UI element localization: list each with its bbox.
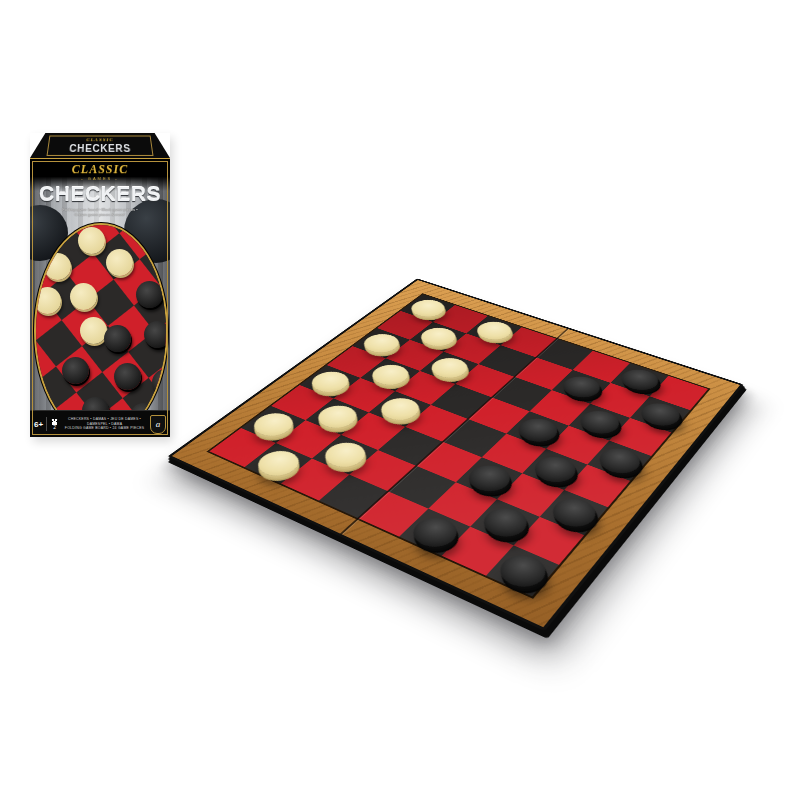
checkers-board (167, 278, 744, 631)
mini-checker-black (144, 321, 168, 348)
box-title: CHECKERS (30, 183, 170, 205)
mini-checker-cream (106, 249, 133, 276)
box-footer: 6+ 2 CHECKERS • DAMAS • JEU DE DAMES • D… (30, 410, 170, 437)
footer-info-line2: FOLDING GAME BOARD • 24 GAME PIECES (62, 426, 147, 431)
mini-checker-cream (34, 287, 61, 314)
footer-divider (46, 417, 47, 431)
mini-checker-cream (78, 227, 105, 254)
series-subtitle: - GAMES - (30, 176, 170, 181)
box-front: CLASSIC - GAMES - CHECKERS Folding game … (30, 158, 170, 437)
ambassador-logo: a (150, 415, 166, 434)
product-photo: CLASSIC CHECKERS CLASSIC - GAMES - CHECK… (0, 0, 800, 800)
board-grid (209, 294, 708, 596)
box-taglines: Folding game board • Black game pieces •… (30, 207, 170, 217)
box-lid: CLASSIC CHECKERS (30, 133, 170, 158)
mini-checker-black (104, 325, 131, 352)
product-box: CLASSIC CHECKERS CLASSIC - GAMES - CHECK… (30, 133, 170, 437)
tagline-line2: Cream game pieces & more! (30, 212, 170, 217)
series-badge: CLASSIC - GAMES - (30, 163, 170, 181)
box-board-art (34, 223, 168, 437)
box-lid-title: CHECKERS (48, 143, 152, 154)
box-lid-panel: CLASSIC CHECKERS (46, 136, 153, 156)
footer-info-line1: CHECKERS • DAMAS • JEU DE DAMES • DAMESP… (62, 417, 147, 426)
series-name: CLASSIC (30, 163, 170, 176)
board-scene (148, 199, 788, 639)
age-rating-badge: 6+ (34, 420, 43, 429)
mini-checker-cream (80, 317, 107, 344)
mini-checker-black (62, 357, 89, 384)
board-wood-frame (172, 280, 740, 627)
players-badge: 2 (50, 418, 59, 430)
footer-info-text: CHECKERS • DAMAS • JEU DE DAMES • DAMESP… (62, 417, 147, 431)
mini-checker-black (136, 281, 163, 308)
mini-checker-cream (70, 283, 97, 310)
players-count: 2 (53, 425, 56, 430)
mini-checker-black (114, 363, 141, 390)
